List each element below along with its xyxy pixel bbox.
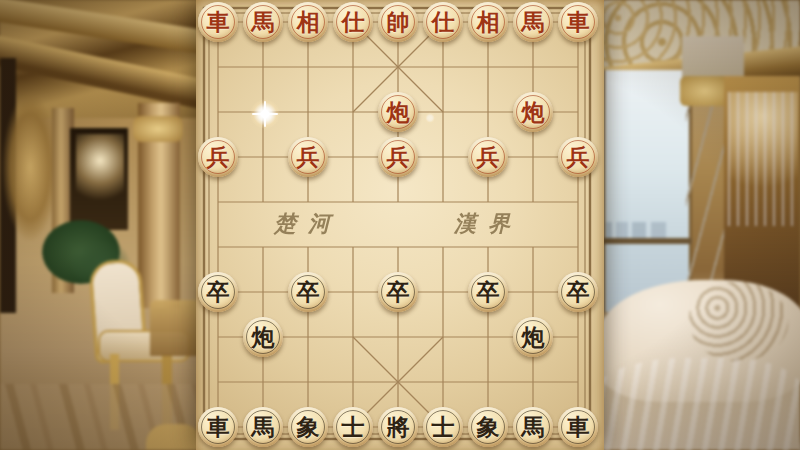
- piece-black-soldier[interactable]: 卒: [378, 272, 418, 312]
- piece-black-horse[interactable]: 馬: [243, 407, 283, 447]
- piece-red-chariot[interactable]: 車: [198, 2, 238, 42]
- piece-red-elephant[interactable]: 相: [288, 2, 328, 42]
- xiangqi-board[interactable]: 楚河 漢界 車馬相仕帥仕相馬車炮炮兵兵兵兵兵卒卒卒卒卒炮炮車馬象士將士象馬車: [196, 0, 604, 450]
- piece-red-chariot[interactable]: 車: [558, 2, 598, 42]
- piece-red-elephant[interactable]: 相: [468, 2, 508, 42]
- piece-red-soldier[interactable]: 兵: [468, 137, 508, 177]
- piece-black-elephant[interactable]: 象: [468, 407, 508, 447]
- piece-red-soldier[interactable]: 兵: [558, 137, 598, 177]
- piece-black-soldier[interactable]: 卒: [558, 272, 598, 312]
- river-label-han: 漢界: [454, 206, 522, 242]
- piece-black-cannon[interactable]: 炮: [243, 317, 283, 357]
- piece-red-soldier[interactable]: 兵: [378, 137, 418, 177]
- piece-red-advisor[interactable]: 仕: [423, 2, 463, 42]
- piece-black-advisor[interactable]: 士: [333, 407, 373, 447]
- piece-red-cannon[interactable]: 炮: [378, 92, 418, 132]
- piece-black-soldier[interactable]: 卒: [198, 272, 238, 312]
- piece-black-soldier[interactable]: 卒: [468, 272, 508, 312]
- board-grid: [196, 0, 604, 450]
- river-label-chu: 楚河: [274, 206, 342, 242]
- piece-black-horse[interactable]: 馬: [513, 407, 553, 447]
- piece-red-horse[interactable]: 馬: [513, 2, 553, 42]
- piece-black-soldier[interactable]: 卒: [288, 272, 328, 312]
- piece-black-general[interactable]: 將: [378, 407, 418, 447]
- piece-black-advisor[interactable]: 士: [423, 407, 463, 447]
- piece-black-chariot[interactable]: 車: [198, 407, 238, 447]
- piece-red-general[interactable]: 帥: [378, 2, 418, 42]
- piece-red-soldier[interactable]: 兵: [198, 137, 238, 177]
- screenshot-root: 楚河 漢界 車馬相仕帥仕相馬車炮炮兵兵兵兵兵卒卒卒卒卒炮炮車馬象士將士象馬車: [0, 0, 800, 450]
- piece-black-elephant[interactable]: 象: [288, 407, 328, 447]
- piece-black-cannon[interactable]: 炮: [513, 317, 553, 357]
- piece-red-advisor[interactable]: 仕: [333, 2, 373, 42]
- piece-red-horse[interactable]: 馬: [243, 2, 283, 42]
- piece-red-cannon[interactable]: 炮: [513, 92, 553, 132]
- piece-red-soldier[interactable]: 兵: [288, 137, 328, 177]
- piece-black-chariot[interactable]: 車: [558, 407, 598, 447]
